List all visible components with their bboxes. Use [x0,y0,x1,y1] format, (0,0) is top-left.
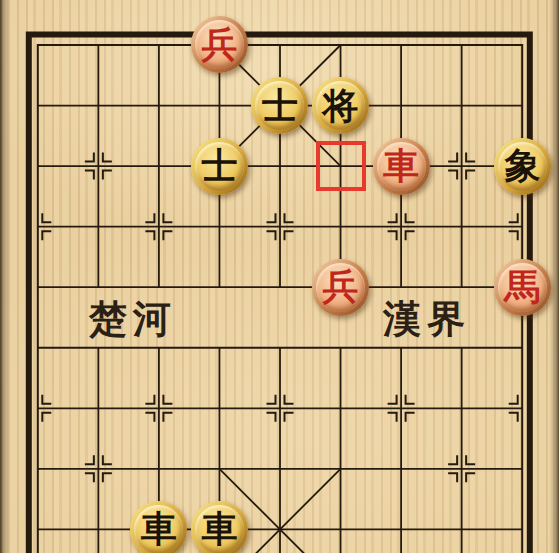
piece-character: 象 [504,148,540,184]
piece-character: 将 [323,88,359,124]
piece-character: 車 [201,511,237,547]
piece-black-chariot-1[interactable]: 車 [130,501,187,553]
piece-black-chariot-2[interactable]: 車 [191,501,248,553]
last-move-marker [316,141,366,191]
board-intersections[interactable]: 兵士将士車象兵馬車車 [8,15,553,553]
xiangqi-board: 楚河 漢界 兵士将士車象兵馬車車 [0,0,559,553]
piece-red-soldier-1[interactable]: 兵 [191,16,248,73]
piece-black-general[interactable]: 将 [312,77,369,134]
piece-character: 兵 [201,27,237,63]
piece-black-advisor-2[interactable]: 士 [191,138,248,195]
piece-character: 馬 [504,269,540,305]
piece-character: 士 [201,148,237,184]
piece-red-chariot[interactable]: 車 [373,138,430,195]
piece-black-elephant[interactable]: 象 [494,138,551,195]
piece-character: 車 [383,148,419,184]
piece-red-horse[interactable]: 馬 [494,259,551,316]
piece-black-advisor-1[interactable]: 士 [251,77,308,134]
piece-character: 士 [262,88,298,124]
piece-character: 兵 [323,269,359,305]
piece-red-soldier-2[interactable]: 兵 [312,259,369,316]
piece-character: 車 [141,511,177,547]
